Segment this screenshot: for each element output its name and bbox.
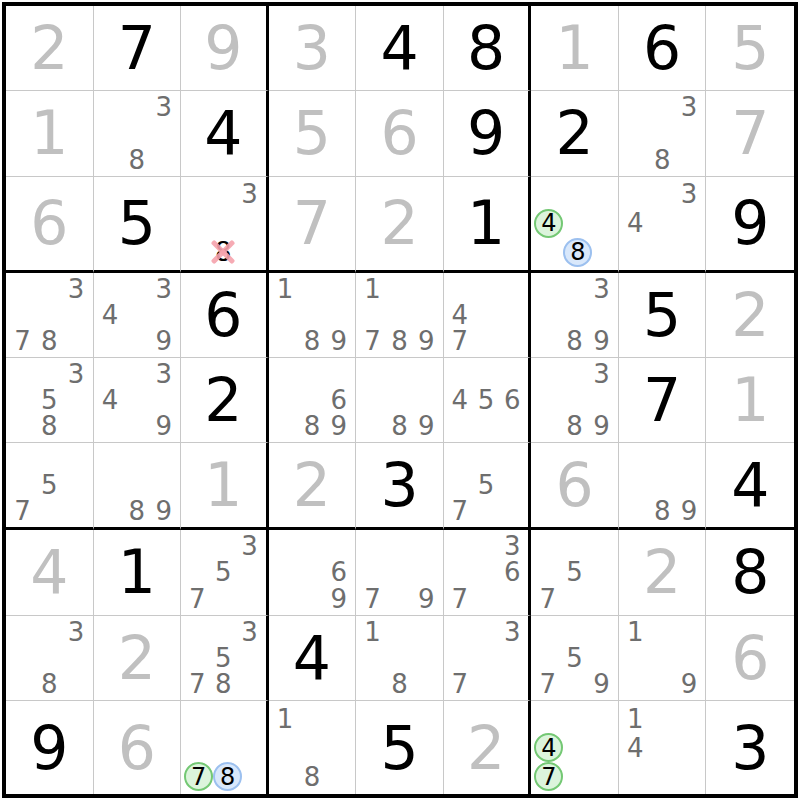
cell-r9c8[interactable]: 14 [619,701,707,794]
empty-candidate-slot [386,645,413,671]
given-digit: 8 [731,542,769,602]
empty-candidate-slot [534,645,561,671]
empty-candidate-slot [588,387,615,413]
candidate-grid: 19 [619,616,706,700]
cell-r3c5[interactable]: 2 [356,177,444,273]
cell-r7c6[interactable]: 367 [444,530,532,615]
empty-candidate-slot [473,498,499,524]
cell-r1c1[interactable]: 2 [6,6,94,91]
empty-candidate-slot [413,671,440,697]
candidate-9[interactable]: 9 [325,413,352,439]
cell-r3c4[interactable]: 7 [269,177,357,273]
candidate-7-green-circle[interactable]: 7 [184,762,213,791]
cell-r8c5[interactable]: 18 [356,616,444,701]
solved-digit: 1 [204,455,242,515]
cell-r9c4[interactable]: 18 [269,701,357,794]
cell-r3c2[interactable]: 5 [94,177,182,273]
candidate-grid: 38 [94,91,181,175]
candidate-8[interactable]: 8 [561,328,588,354]
candidate-5[interactable]: 5 [210,645,236,671]
candidate-7[interactable]: 7 [9,498,36,524]
empty-candidate-slot [36,302,63,328]
candidate-7[interactable]: 7 [9,328,36,354]
solved-digit: 2 [118,628,156,688]
given-digit: 6 [643,18,681,78]
candidate-3[interactable]: 3 [236,180,262,209]
empty-candidate-slot [649,619,676,645]
candidate-3[interactable]: 3 [63,276,90,302]
empty-candidate-slot [150,120,177,146]
candidate-8[interactable]: 8 [299,762,326,791]
candidate-8[interactable]: 8 [386,413,413,439]
candidate-3[interactable]: 3 [150,361,177,387]
empty-candidate-slot [9,361,36,387]
candidate-3[interactable]: 3 [236,533,262,559]
candidate-8[interactable]: 8 [561,413,588,439]
candidate-9[interactable]: 9 [150,413,177,439]
candidate-5[interactable]: 5 [473,387,499,413]
candidate-3[interactable]: 3 [150,94,177,120]
candidate-6[interactable]: 6 [499,387,525,413]
candidate-3[interactable]: 3 [588,276,615,302]
cell-r6c8[interactable]: 89 [619,443,707,530]
candidate-1[interactable]: 1 [359,619,386,645]
empty-candidate-slot [299,276,326,302]
empty-candidate-slot [499,586,525,612]
cell-r5c9[interactable]: 1 [706,358,794,443]
empty-candidate-slot [210,180,236,209]
candidate-8-blue-circle[interactable]: 8 [563,238,592,267]
candidate-8[interactable]: 8 [36,671,63,697]
candidate-8[interactable]: 8 [210,238,236,267]
empty-candidate-slot [123,302,150,328]
empty-candidate-slot [649,94,676,120]
empty-candidate-slot [499,276,525,302]
empty-candidate-slot [499,361,525,387]
candidate-3[interactable]: 3 [588,361,615,387]
cell-r8c7[interactable]: 579 [531,616,619,701]
candidate-8-blue-circle[interactable]: 8 [213,762,242,791]
empty-candidate-slot [676,704,703,733]
candidate-grid: 57 [6,443,93,527]
given-digit: 9 [30,718,68,778]
cell-r5c5[interactable]: 89 [356,358,444,443]
empty-candidate-slot [123,387,150,413]
candidate-8[interactable]: 8 [299,328,326,354]
candidate-8[interactable]: 8 [386,671,413,697]
candidate-7[interactable]: 7 [447,671,473,697]
empty-candidate-slot [386,619,413,645]
cell-r8c6[interactable]: 37 [444,616,532,701]
given-digit: 3 [731,718,769,778]
empty-candidate-slot [63,302,90,328]
candidate-7[interactable]: 7 [447,328,473,354]
candidate-6[interactable]: 6 [499,559,525,585]
empty-candidate-slot [184,533,210,559]
candidate-9[interactable]: 9 [150,498,177,524]
cell-r4c1[interactable]: 378 [6,273,94,358]
empty-candidate-slot [184,645,210,671]
empty-candidate-slot [649,209,676,238]
cell-r9c7[interactable]: 47 [531,701,619,794]
cell-r6c4[interactable]: 2 [269,443,357,530]
solved-digit: 7 [731,103,769,163]
empty-candidate-slot [97,94,124,120]
cell-r8c2[interactable]: 2 [94,616,182,701]
cell-r1c4[interactable]: 3 [269,6,357,91]
candidate-4-green-circle[interactable]: 4 [534,733,563,762]
cell-r1c9[interactable]: 5 [706,6,794,91]
cell-r9c2[interactable]: 6 [94,701,182,794]
candidate-6[interactable]: 6 [325,559,352,585]
empty-candidate-slot [563,180,592,209]
cell-r9c9[interactable]: 3 [706,701,794,794]
cell-r5c1[interactable]: 358 [6,358,94,443]
empty-candidate-slot [123,120,150,146]
cell-r3c1[interactable]: 6 [6,177,94,273]
candidate-3[interactable]: 3 [499,619,525,645]
empty-candidate-slot [325,533,352,559]
candidate-grid: 389 [531,358,618,442]
candidate-9[interactable]: 9 [413,586,440,612]
candidate-grid: 367 [444,530,529,614]
cell-r1c2[interactable]: 7 [94,6,182,91]
cell-r4c8[interactable]: 5 [619,273,707,358]
empty-candidate-slot [676,645,703,671]
cell-r4c9[interactable]: 2 [706,273,794,358]
empty-candidate-slot [9,413,36,439]
empty-candidate-slot [184,733,213,762]
candidate-3[interactable]: 3 [150,276,177,302]
candidate-9[interactable]: 9 [413,413,440,439]
candidate-9[interactable]: 9 [588,328,615,354]
candidate-4[interactable]: 4 [622,209,649,238]
cell-r5c3[interactable]: 2 [181,358,269,443]
empty-candidate-slot [123,413,150,439]
empty-candidate-slot [563,733,589,762]
cell-r2c1[interactable]: 1 [6,91,94,176]
solved-digit: 6 [556,455,594,515]
cell-r7c2[interactable]: 1 [94,530,182,615]
empty-candidate-slot [534,238,563,267]
candidate-1[interactable]: 1 [622,704,649,733]
cell-r3c8[interactable]: 34 [619,177,707,273]
empty-candidate-slot [649,238,676,267]
empty-candidate-slot [676,446,703,472]
cell-r6c5[interactable]: 3 [356,443,444,530]
empty-candidate-slot [534,533,561,559]
cell-r1c6[interactable]: 8 [444,6,532,91]
empty-candidate-slot [386,533,413,559]
candidate-9[interactable]: 9 [676,498,703,524]
empty-candidate-slot [447,413,473,439]
cell-r3c6[interactable]: 1 [444,177,532,273]
cell-r1c8[interactable]: 6 [619,6,707,91]
given-digit: 4 [380,18,418,78]
candidate-9[interactable]: 9 [325,328,352,354]
candidate-3[interactable]: 3 [676,94,703,120]
cell-r2c3[interactable]: 4 [181,91,269,176]
empty-candidate-slot [325,276,352,302]
empty-candidate-slot [97,120,124,146]
cell-r7c4[interactable]: 69 [269,530,357,615]
candidate-5[interactable]: 5 [561,645,588,671]
candidate-7[interactable]: 7 [359,586,386,612]
empty-candidate-slot [499,413,525,439]
empty-candidate-slot [299,586,326,612]
empty-candidate-slot [676,238,703,267]
candidate-4[interactable]: 4 [97,302,124,328]
empty-candidate-slot [299,533,326,559]
cell-r8c4[interactable]: 4 [269,616,357,701]
candidate-3[interactable]: 3 [63,361,90,387]
cell-r6c6[interactable]: 57 [444,443,532,530]
empty-candidate-slot [299,361,326,387]
candidate-8[interactable]: 8 [36,413,63,439]
empty-candidate-slot [561,361,588,387]
cell-r4c3[interactable]: 6 [181,273,269,358]
candidate-1[interactable]: 1 [359,276,386,302]
empty-candidate-slot [272,533,299,559]
candidate-3[interactable]: 3 [676,180,703,209]
cell-r9c5[interactable]: 5 [356,701,444,794]
candidate-9[interactable]: 9 [676,671,703,697]
candidate-5[interactable]: 5 [36,387,63,413]
candidate-grid: 358 [6,358,93,442]
candidate-1[interactable]: 1 [272,276,299,302]
candidate-4[interactable]: 4 [447,302,473,328]
candidate-8[interactable]: 8 [36,328,63,354]
candidate-8[interactable]: 8 [210,671,236,697]
candidate-grid: 79 [356,530,443,614]
candidate-grid: 357 [181,530,266,614]
empty-candidate-slot [447,559,473,585]
cell-r2c9[interactable]: 7 [706,91,794,176]
empty-candidate-slot [242,704,263,733]
candidate-grid: 18 [269,701,356,794]
candidate-3[interactable]: 3 [499,533,525,559]
candidate-grid: 349 [94,358,181,442]
cell-r1c5[interactable]: 4 [356,6,444,91]
empty-candidate-slot [359,302,386,328]
empty-candidate-slot [236,238,262,267]
candidate-5[interactable]: 5 [36,472,63,498]
candidate-8[interactable]: 8 [123,147,150,173]
empty-candidate-slot [534,704,563,733]
cell-r5c4[interactable]: 689 [269,358,357,443]
empty-candidate-slot [272,361,299,387]
empty-candidate-slot [563,704,589,733]
cell-r6c1[interactable]: 57 [6,443,94,530]
cell-r4c2[interactable]: 349 [94,273,182,358]
cell-r8c9[interactable]: 6 [706,616,794,701]
given-digit: 5 [380,718,418,778]
candidate-8[interactable]: 8 [123,498,150,524]
cell-r7c9[interactable]: 8 [706,530,794,615]
empty-candidate-slot [473,302,499,328]
empty-candidate-slot [36,498,63,524]
candidate-7-green-circle[interactable]: 7 [534,762,563,791]
empty-candidate-slot [213,704,242,733]
empty-candidate-slot [272,733,299,762]
empty-candidate-slot [184,704,213,733]
candidate-9[interactable]: 9 [588,671,615,697]
cell-r4c6[interactable]: 47 [444,273,532,358]
given-digit: 4 [293,628,331,688]
empty-candidate-slot [592,209,615,238]
candidate-1[interactable]: 1 [622,619,649,645]
candidate-8[interactable]: 8 [649,498,676,524]
empty-candidate-slot [447,533,473,559]
empty-candidate-slot [473,533,499,559]
cell-r7c8[interactable]: 2 [619,530,707,615]
candidate-9[interactable]: 9 [413,328,440,354]
candidate-9[interactable]: 9 [150,328,177,354]
empty-candidate-slot [236,645,262,671]
cell-r6c3[interactable]: 1 [181,443,269,530]
candidate-4[interactable]: 4 [447,387,473,413]
solved-digit: 6 [731,628,769,688]
empty-candidate-slot [97,446,124,472]
candidate-7[interactable]: 7 [184,671,210,697]
cell-r9c3[interactable]: 78 [181,701,269,794]
candidate-8[interactable]: 8 [299,413,326,439]
cell-r5c8[interactable]: 7 [619,358,707,443]
empty-candidate-slot [561,276,588,302]
candidate-7[interactable]: 7 [359,328,386,354]
candidate-grid: 378 [6,273,93,357]
empty-candidate-slot [622,238,649,267]
empty-candidate-slot [622,180,649,209]
candidate-4[interactable]: 4 [97,387,124,413]
empty-candidate-slot [447,446,473,472]
cell-r1c3[interactable]: 9 [181,6,269,91]
empty-candidate-slot [561,302,588,328]
candidate-grid: 389 [531,273,618,357]
cell-r3c3[interactable]: 38 [181,177,269,273]
cell-r5c6[interactable]: 456 [444,358,532,443]
empty-candidate-slot [588,586,615,612]
candidate-7[interactable]: 7 [534,586,561,612]
cell-r2c5[interactable]: 6 [356,91,444,176]
candidate-grid: 189 [269,273,356,357]
candidate-5[interactable]: 5 [561,559,588,585]
cell-r5c7[interactable]: 389 [531,358,619,443]
solved-digit: 1 [556,18,594,78]
candidate-5[interactable]: 5 [473,472,499,498]
empty-candidate-slot [150,302,177,328]
empty-candidate-slot [473,328,499,354]
empty-candidate-slot [236,209,262,238]
cell-r2c8[interactable]: 38 [619,91,707,176]
given-digit: 9 [467,103,505,163]
cell-r9c6[interactable]: 2 [444,701,532,794]
elimination-x-icon [210,238,236,267]
candidate-8[interactable]: 8 [649,147,676,173]
cell-r8c1[interactable]: 38 [6,616,94,701]
empty-candidate-slot [473,361,499,387]
candidate-3[interactable]: 3 [63,619,90,645]
cell-r7c7[interactable]: 57 [531,530,619,615]
cell-r2c2[interactable]: 38 [94,91,182,176]
empty-candidate-slot [36,361,63,387]
empty-candidate-slot [97,498,124,524]
empty-candidate-slot [242,733,263,762]
empty-candidate-slot [272,302,299,328]
cell-r4c4[interactable]: 189 [269,273,357,358]
cell-r9c1[interactable]: 9 [6,701,94,794]
cell-r4c5[interactable]: 1789 [356,273,444,358]
solved-digit: 4 [30,542,68,602]
candidate-8[interactable]: 8 [386,328,413,354]
cell-r6c2[interactable]: 89 [94,443,182,530]
empty-candidate-slot [413,559,440,585]
cell-r1c7[interactable]: 1 [531,6,619,91]
candidate-9[interactable]: 9 [588,413,615,439]
candidate-7[interactable]: 7 [184,586,210,612]
cell-r8c3[interactable]: 3578 [181,616,269,701]
cell-r7c3[interactable]: 357 [181,530,269,615]
empty-candidate-slot [210,209,236,238]
candidate-6[interactable]: 6 [325,387,352,413]
empty-candidate-slot [97,147,124,173]
cell-r7c1[interactable]: 4 [6,530,94,615]
cell-r3c9[interactable]: 9 [706,177,794,273]
cell-r3c7[interactable]: 48 [531,177,619,273]
candidate-grid: 47 [444,273,529,357]
cell-r7c5[interactable]: 79 [356,530,444,615]
given-digit: 8 [467,18,505,78]
cell-r4c7[interactable]: 389 [531,273,619,358]
empty-candidate-slot [676,619,703,645]
empty-candidate-slot [36,645,63,671]
cell-r8c8[interactable]: 19 [619,616,707,701]
empty-candidate-slot [676,733,703,762]
candidate-4[interactable]: 4 [622,733,649,762]
candidate-grid: 349 [94,273,181,357]
cell-r2c6[interactable]: 9 [444,91,532,176]
candidate-grid: 34 [619,177,706,270]
candidate-5[interactable]: 5 [210,559,236,585]
candidate-1[interactable]: 1 [272,704,299,733]
empty-candidate-slot [588,559,615,585]
candidate-3[interactable]: 3 [236,619,262,645]
given-digit: 9 [731,193,769,253]
solved-digit: 1 [30,103,68,163]
empty-candidate-slot [63,387,90,413]
cell-r2c4[interactable]: 5 [269,91,357,176]
candidate-7[interactable]: 7 [447,498,473,524]
empty-candidate-slot [210,586,236,612]
candidate-7[interactable]: 7 [534,671,561,697]
candidate-9[interactable]: 9 [325,586,352,612]
cell-r5c2[interactable]: 349 [94,358,182,443]
empty-candidate-slot [649,472,676,498]
candidate-grid: 57 [531,530,618,614]
empty-candidate-slot [9,302,36,328]
given-digit: 1 [118,542,156,602]
cell-r2c7[interactable]: 2 [531,91,619,176]
candidate-7[interactable]: 7 [447,586,473,612]
solved-digit: 2 [30,18,68,78]
empty-candidate-slot [359,387,386,413]
empty-candidate-slot [272,559,299,585]
empty-candidate-slot [473,446,499,472]
candidate-4-green-circle[interactable]: 4 [534,209,563,238]
cell-r6c9[interactable]: 4 [706,443,794,530]
cell-r6c7[interactable]: 6 [531,443,619,530]
sudoku-app: 2793481651384569238765387214834937834961… [0,0,800,800]
